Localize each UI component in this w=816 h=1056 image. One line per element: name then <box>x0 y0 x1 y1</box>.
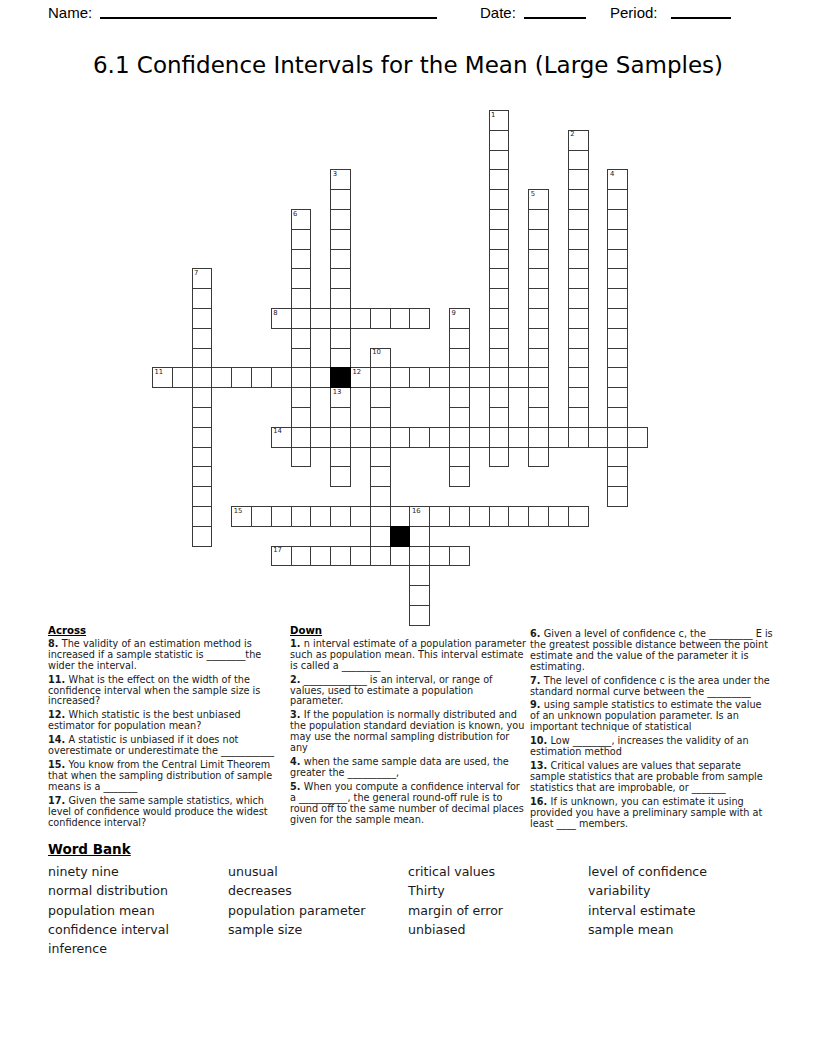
grid-cell[interactable] <box>330 189 351 210</box>
grid-cell[interactable] <box>291 348 312 369</box>
grid-cell[interactable]: 15 <box>231 506 252 527</box>
grid-cell[interactable] <box>508 367 529 388</box>
down-clue-7: 7. The level of confidence c is the area… <box>530 676 773 698</box>
grid-cell[interactable] <box>192 288 213 309</box>
grid-cell[interactable] <box>409 427 430 448</box>
grid-cell[interactable] <box>291 229 312 250</box>
grid-cell[interactable] <box>607 367 628 388</box>
word-bank-column: unusualdecreasespopulation parametersamp… <box>228 862 406 939</box>
grid-cell[interactable] <box>429 427 450 448</box>
grid-cell[interactable] <box>489 308 510 329</box>
across-clue-15: 15. You know from the Central Limit Theo… <box>48 760 286 793</box>
grid-cell[interactable] <box>192 506 213 527</box>
grid-cell[interactable] <box>409 605 430 626</box>
word-bank-item: interval estimate <box>588 901 766 920</box>
grid-cell[interactable] <box>330 268 351 289</box>
grid-cell[interactable] <box>291 308 312 329</box>
grid-cell[interactable] <box>607 466 628 487</box>
down-clue-5: 5. When you compute a confidence interva… <box>290 782 526 826</box>
down-clue-6: 6. Given a level of confidence c, the __… <box>530 629 773 673</box>
grid-cell[interactable] <box>291 427 312 448</box>
grid-cell[interactable] <box>350 546 371 567</box>
grid-cell[interactable]: 16 <box>409 506 430 527</box>
word-bank-item: confidence interval <box>48 920 226 939</box>
grid-cell[interactable] <box>568 367 589 388</box>
grid-cell[interactable] <box>449 328 470 349</box>
clue-number: 12 <box>353 369 362 376</box>
grid-cell[interactable] <box>449 348 470 369</box>
grid-cell[interactable] <box>350 427 371 448</box>
word-bank-item: sample mean <box>588 920 766 939</box>
grid-cell[interactable] <box>489 447 510 468</box>
grid-cell[interactable] <box>568 506 589 527</box>
clue-number: 7 <box>194 270 198 277</box>
grid-cell[interactable] <box>251 506 272 527</box>
grid-cell[interactable] <box>607 486 628 507</box>
grid-cell[interactable] <box>568 288 589 309</box>
grid-cell[interactable] <box>192 367 213 388</box>
grid-cell[interactable] <box>528 367 549 388</box>
period-label: Period: <box>610 4 658 21</box>
grid-cell[interactable] <box>528 407 549 428</box>
clue-number: 5 <box>531 191 535 198</box>
grid-cell[interactable] <box>489 288 510 309</box>
clue-number: 9 <box>452 310 456 317</box>
grid-cell[interactable] <box>390 308 411 329</box>
grid-cell[interactable] <box>370 526 391 547</box>
grid-cell[interactable] <box>370 407 391 428</box>
grid-cell[interactable] <box>310 427 331 448</box>
grid-cell[interactable] <box>568 308 589 329</box>
grid-cell[interactable] <box>528 249 549 270</box>
grid-cell[interactable] <box>231 367 252 388</box>
grid-cell[interactable] <box>291 328 312 349</box>
grid-cell[interactable] <box>607 427 628 448</box>
grid-cell[interactable] <box>370 387 391 408</box>
clue-number: 8 <box>273 310 277 317</box>
grid-cell[interactable] <box>330 249 351 270</box>
grid-cell[interactable] <box>627 427 648 448</box>
grid-cell[interactable] <box>409 546 430 567</box>
grid-cell[interactable] <box>469 367 490 388</box>
grid-cell[interactable] <box>449 427 470 448</box>
word-bank-item: normal distribution <box>48 881 226 900</box>
down-clue-1: 1. n interval estimate of a population p… <box>290 639 526 672</box>
grid-cell[interactable] <box>489 150 510 171</box>
grid-cell[interactable] <box>409 565 430 586</box>
grid-cell[interactable] <box>291 249 312 270</box>
grid-cell[interactable] <box>291 288 312 309</box>
name-label: Name: <box>48 4 92 21</box>
grid-cell[interactable] <box>568 387 589 408</box>
across-clues-column: Across 8. The validity of an estimation … <box>48 626 286 831</box>
grid-cell[interactable] <box>449 407 470 428</box>
grid-cell[interactable] <box>469 506 490 527</box>
grid-cell[interactable] <box>192 466 213 487</box>
grid-cell[interactable] <box>370 427 391 448</box>
grid-cell[interactable] <box>489 407 510 428</box>
across-clue-11: 11. What is the effect on the width of t… <box>48 675 286 708</box>
grid-cell[interactable] <box>489 427 510 448</box>
grid-cell[interactable] <box>192 308 213 329</box>
grid-cell[interactable] <box>192 387 213 408</box>
grid-cell[interactable] <box>528 229 549 250</box>
grid-cell[interactable] <box>370 486 391 507</box>
grid-cell[interactable] <box>350 308 371 329</box>
grid-cell[interactable] <box>548 506 569 527</box>
across-clue-12: 12. Which statistic is the best unbiased… <box>48 710 286 732</box>
grid-cell[interactable] <box>330 308 351 329</box>
down-clue-13: 13. Critical values are values that sepa… <box>530 761 773 794</box>
grid-cell[interactable] <box>291 407 312 428</box>
grid-cell[interactable] <box>568 189 589 210</box>
clue-number: 2 <box>570 131 574 138</box>
grid-cell[interactable] <box>291 387 312 408</box>
word-bank-column: critical valuesThirtymargin of errorunbi… <box>408 862 586 939</box>
grid-cell[interactable] <box>330 407 351 428</box>
grid-cell[interactable] <box>489 169 510 190</box>
grid-cell[interactable] <box>568 169 589 190</box>
grid-cell[interactable] <box>291 546 312 567</box>
grid-cell[interactable] <box>607 328 628 349</box>
grid-cell[interactable] <box>489 328 510 349</box>
word-bank-item: margin of error <box>408 901 586 920</box>
grid-cell[interactable] <box>192 447 213 468</box>
down-clues-column-1: Down 1. n interval estimate of a populat… <box>290 626 526 828</box>
grid-cell[interactable] <box>390 506 411 527</box>
grid-cell[interactable] <box>568 209 589 230</box>
down-clue-9: 9. using sample statistics to estimate t… <box>530 700 773 733</box>
grid-cell[interactable] <box>548 427 569 448</box>
down-clue-4: 4. when the same sample data are used, t… <box>290 757 526 779</box>
grid-cell[interactable] <box>508 427 529 448</box>
grid-cell[interactable] <box>291 447 312 468</box>
grid-cell[interactable] <box>607 447 628 468</box>
grid-cell[interactable] <box>350 506 371 527</box>
grid-cell[interactable] <box>449 506 470 527</box>
down-clue-10: 10. Low ________, increases the validity… <box>530 736 773 758</box>
grid-cell[interactable] <box>330 229 351 250</box>
clue-number: 15 <box>234 508 243 515</box>
grid-cell[interactable] <box>489 229 510 250</box>
grid-cell[interactable]: 7 <box>192 268 213 289</box>
clue-number: 10 <box>372 349 381 356</box>
grid-cell[interactable] <box>251 367 272 388</box>
grid-cell[interactable] <box>310 308 331 329</box>
grid-cell[interactable] <box>528 348 549 369</box>
grid-cell[interactable] <box>192 348 213 369</box>
grid-cell[interactable] <box>291 506 312 527</box>
grid-cell[interactable] <box>330 466 351 487</box>
word-bank-item: level of confidence <box>588 862 766 881</box>
grid-cell[interactable] <box>409 585 430 606</box>
word-bank-item: critical values <box>408 862 586 881</box>
grid-cell[interactable] <box>330 546 351 567</box>
word-bank-item: unusual <box>228 862 406 881</box>
grid-cell[interactable] <box>528 209 549 230</box>
grid-cell[interactable] <box>192 427 213 448</box>
grid-cell[interactable] <box>607 229 628 250</box>
grid-cell[interactable]: 11 <box>152 367 173 388</box>
word-bank-header: Word Bank <box>48 841 778 857</box>
grid-cell[interactable] <box>330 506 351 527</box>
black-cell <box>330 367 351 388</box>
grid-cell[interactable] <box>310 546 331 567</box>
grid-cell[interactable] <box>192 407 213 428</box>
grid-cell[interactable] <box>192 486 213 507</box>
grid-cell[interactable]: 2 <box>568 130 589 151</box>
date-label: Date: <box>480 4 516 21</box>
grid-cell[interactable] <box>390 367 411 388</box>
grid-cell[interactable] <box>211 367 232 388</box>
grid-cell[interactable] <box>449 387 470 408</box>
across-clue-14: 14. A statistic is unbiased if it does n… <box>48 735 286 757</box>
word-bank-item: population mean <box>48 901 226 920</box>
grid-cell[interactable] <box>607 189 628 210</box>
grid-cell[interactable]: 3 <box>330 169 351 190</box>
grid-cell[interactable] <box>489 387 510 408</box>
period-blank-line[interactable] <box>671 3 731 19</box>
grid-cell[interactable] <box>607 249 628 270</box>
grid-cell[interactable] <box>310 506 331 527</box>
grid-cell[interactable] <box>409 308 430 329</box>
grid-cell[interactable] <box>568 150 589 171</box>
grid-cell[interactable] <box>330 209 351 230</box>
grid-cell[interactable] <box>489 506 510 527</box>
grid-cell[interactable]: 17 <box>271 546 292 567</box>
grid-cell[interactable]: 13 <box>330 387 351 408</box>
black-cell <box>390 526 411 547</box>
grid-cell[interactable] <box>370 506 391 527</box>
grid-cell[interactable] <box>528 328 549 349</box>
grid-cell[interactable] <box>508 506 529 527</box>
grid-cell[interactable] <box>607 268 628 289</box>
grid-cell[interactable] <box>330 427 351 448</box>
grid-cell[interactable] <box>528 268 549 289</box>
grid-cell[interactable] <box>489 189 510 210</box>
grid-cell[interactable] <box>568 407 589 428</box>
grid-cell[interactable]: 12 <box>350 367 371 388</box>
grid-cell[interactable] <box>330 447 351 468</box>
grid-cell[interactable] <box>449 367 470 388</box>
page-title: 6.1 Confidence Intervals for the Mean (L… <box>0 52 816 78</box>
word-bank-item: inference <box>48 939 226 958</box>
grid-cell[interactable] <box>429 506 450 527</box>
grid-cell[interactable] <box>489 348 510 369</box>
grid-cell[interactable] <box>607 209 628 230</box>
grid-cell[interactable] <box>607 288 628 309</box>
grid-cell[interactable] <box>370 447 391 468</box>
across-header: Across <box>48 626 286 637</box>
grid-cell[interactable] <box>489 130 510 151</box>
grid-cell[interactable] <box>528 427 549 448</box>
worksheet-page: Name: Date: Period: 6.1 Confidence Inter… <box>0 0 816 1056</box>
grid-cell[interactable] <box>370 466 391 487</box>
grid-cell[interactable] <box>310 367 331 388</box>
grid-cell[interactable] <box>489 367 510 388</box>
grid-cell[interactable] <box>192 328 213 349</box>
clue-number: 3 <box>333 171 337 178</box>
word-bank-column: ninety ninenormal distributionpopulation… <box>48 862 226 958</box>
grid-cell[interactable] <box>607 407 628 428</box>
crossword-grid: 1234567891011121314151617 <box>152 110 648 626</box>
word-bank-item: Thirty <box>408 881 586 900</box>
word-bank: Word Bank ninety ninenormal distribution… <box>48 841 778 967</box>
word-bank-item: variability <box>588 881 766 900</box>
grid-cell[interactable] <box>409 526 430 547</box>
date-blank-line[interactable] <box>524 3 586 19</box>
grid-cell[interactable] <box>469 427 490 448</box>
grid-cell[interactable]: 8 <box>271 308 292 329</box>
grid-cell[interactable] <box>489 249 510 270</box>
clue-number: 17 <box>273 547 282 554</box>
down-clue-2: 2. _____________ is an interval, or rang… <box>290 675 526 708</box>
word-bank-item: population parameter <box>228 901 406 920</box>
grid-cell[interactable] <box>291 367 312 388</box>
word-bank-item: ninety nine <box>48 862 226 881</box>
grid-cell[interactable] <box>449 466 470 487</box>
clue-number: 13 <box>333 389 342 396</box>
down-clue-3: 3. If the population is normally distrib… <box>290 710 526 754</box>
grid-cell[interactable] <box>172 367 193 388</box>
grid-cell[interactable] <box>568 268 589 289</box>
grid-cell[interactable] <box>192 526 213 547</box>
grid-cell[interactable] <box>528 447 549 468</box>
grid-cell[interactable] <box>588 427 609 448</box>
grid-cell[interactable] <box>449 546 470 567</box>
grid-cell[interactable] <box>568 229 589 250</box>
word-bank-item: decreases <box>228 881 406 900</box>
grid-cell[interactable]: 6 <box>291 209 312 230</box>
down-clues-column-2: 6. Given a level of confidence c, the __… <box>530 629 773 832</box>
across-clue-8: 8. The validity of an estimation method … <box>48 639 286 672</box>
grid-cell[interactable] <box>370 546 391 567</box>
grid-cell[interactable] <box>568 328 589 349</box>
clue-number: 6 <box>293 211 297 218</box>
clue-number: 14 <box>273 428 282 435</box>
grid-cell[interactable]: 10 <box>370 348 391 369</box>
word-bank-item: unbiased <box>408 920 586 939</box>
grid-cell[interactable]: 5 <box>528 189 549 210</box>
grid-cell[interactable] <box>607 308 628 329</box>
grid-cell[interactable] <box>568 249 589 270</box>
grid-cell[interactable] <box>528 288 549 309</box>
grid-cell[interactable] <box>291 268 312 289</box>
grid-cell[interactable] <box>429 546 450 567</box>
clue-number: 16 <box>412 508 421 515</box>
grid-cell[interactable] <box>607 387 628 408</box>
grid-cell[interactable] <box>429 367 450 388</box>
grid-cell[interactable] <box>489 268 510 289</box>
grid-cell[interactable] <box>271 506 292 527</box>
grid-cell[interactable] <box>409 367 430 388</box>
down-header: Down <box>290 626 526 637</box>
grid-cell[interactable] <box>528 506 549 527</box>
grid-cell[interactable]: 14 <box>271 427 292 448</box>
grid-cell[interactable] <box>370 367 391 388</box>
grid-cell[interactable] <box>390 546 411 567</box>
name-blank-line[interactable] <box>100 3 437 19</box>
clue-number: 1 <box>491 112 495 119</box>
grid-cell[interactable] <box>330 328 351 349</box>
word-bank-item: sample size <box>228 920 406 939</box>
grid-cell[interactable] <box>528 308 549 329</box>
word-bank-column: level of confidencevariabilityinterval e… <box>588 862 766 939</box>
grid-cell[interactable]: 1 <box>489 110 510 131</box>
grid-cell[interactable] <box>568 348 589 369</box>
clue-number: 4 <box>610 171 614 178</box>
grid-cell[interactable] <box>390 427 411 448</box>
grid-cell[interactable] <box>271 367 292 388</box>
grid-cell[interactable]: 4 <box>607 169 628 190</box>
grid-cell[interactable] <box>330 348 351 369</box>
grid-cell[interactable]: 9 <box>449 308 470 329</box>
grid-cell[interactable] <box>370 308 391 329</box>
clue-number: 11 <box>155 369 164 376</box>
grid-cell[interactable] <box>607 348 628 369</box>
grid-cell[interactable] <box>568 427 589 448</box>
down-clue-16: 16. If is unknown, you can estimate it u… <box>530 797 773 830</box>
grid-cell[interactable] <box>449 447 470 468</box>
across-clue-17: 17. Given the same sample statistics, wh… <box>48 796 286 829</box>
grid-cell[interactable] <box>489 209 510 230</box>
grid-cell[interactable] <box>330 288 351 309</box>
grid-cell[interactable] <box>528 387 549 408</box>
